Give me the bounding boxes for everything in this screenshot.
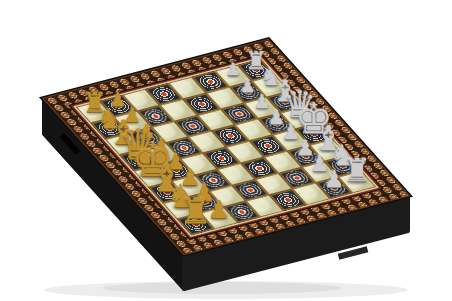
chess-set-photo: ♜♞♝♛♚♝♞♜♟♟♟♟♟♟♟♟♟♟♟♟♟♟♟♟♜♞♝♛♚♝♞♜ [0,0,452,301]
floor-shadow-inner [102,282,342,294]
